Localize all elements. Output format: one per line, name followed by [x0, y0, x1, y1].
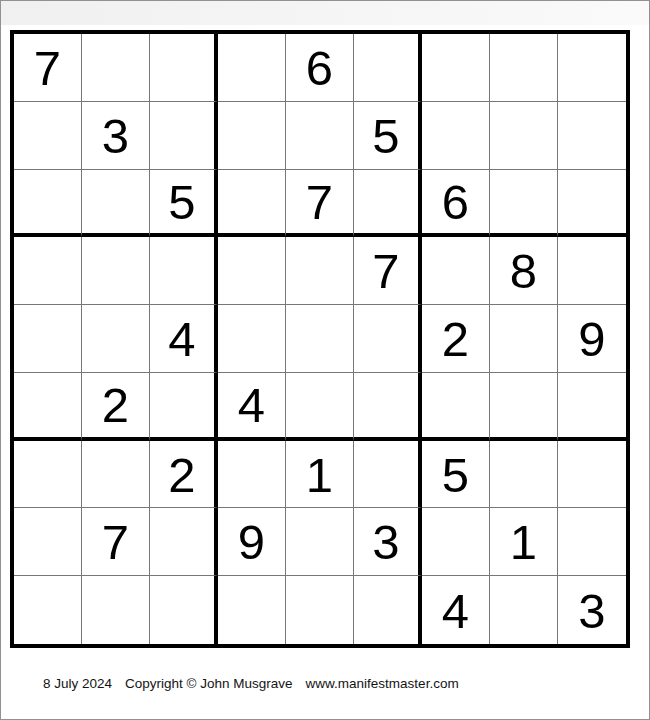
cell-r5c3[interactable]: 4	[150, 305, 218, 373]
cell-r6c8[interactable]	[490, 373, 558, 441]
cell-r2c4[interactable]	[218, 102, 286, 170]
cell-r5c7[interactable]: 2	[422, 305, 490, 373]
cell-r7c9[interactable]	[558, 441, 626, 509]
cell-r2c6[interactable]: 5	[354, 102, 422, 170]
cell-r8c2[interactable]: 7	[82, 508, 150, 576]
cell-r5c8[interactable]	[490, 305, 558, 373]
cell-r5c5[interactable]	[286, 305, 354, 373]
cell-r3c1[interactable]	[14, 170, 82, 238]
cell-r5c1[interactable]	[14, 305, 82, 373]
cell-r9c7[interactable]: 4	[422, 576, 490, 644]
cell-r9c2[interactable]	[82, 576, 150, 644]
cell-r6c1[interactable]	[14, 373, 82, 441]
cell-r4c2[interactable]	[82, 237, 150, 305]
cell-r3c3[interactable]: 5	[150, 170, 218, 238]
cell-r7c8[interactable]	[490, 441, 558, 509]
cell-r7c5[interactable]: 1	[286, 441, 354, 509]
cell-r4c8[interactable]: 8	[490, 237, 558, 305]
cell-r1c8[interactable]	[490, 34, 558, 102]
cell-r9c5[interactable]	[286, 576, 354, 644]
cell-r8c3[interactable]	[150, 508, 218, 576]
cell-r3c9[interactable]	[558, 170, 626, 238]
cell-r2c8[interactable]	[490, 102, 558, 170]
cell-r9c6[interactable]	[354, 576, 422, 644]
cell-r1c3[interactable]	[150, 34, 218, 102]
cell-r2c5[interactable]	[286, 102, 354, 170]
cell-r6c6[interactable]	[354, 373, 422, 441]
cell-r8c1[interactable]	[14, 508, 82, 576]
cell-r4c5[interactable]	[286, 237, 354, 305]
cell-r1c1[interactable]: 7	[14, 34, 82, 102]
cell-r5c2[interactable]	[82, 305, 150, 373]
cell-r7c4[interactable]	[218, 441, 286, 509]
cell-r4c1[interactable]	[14, 237, 82, 305]
cell-r8c9[interactable]	[558, 508, 626, 576]
cell-r8c4[interactable]: 9	[218, 508, 286, 576]
cell-r1c4[interactable]	[218, 34, 286, 102]
footer-copyright: Copyright © John Musgrave	[125, 675, 293, 692]
cell-r7c2[interactable]	[82, 441, 150, 509]
cell-r6c7[interactable]	[422, 373, 490, 441]
cell-r2c3[interactable]	[150, 102, 218, 170]
cell-r1c9[interactable]	[558, 34, 626, 102]
sudoku-board: 76355767842924215793143	[10, 30, 630, 648]
cell-r5c4[interactable]	[218, 305, 286, 373]
cell-r4c9[interactable]	[558, 237, 626, 305]
cell-r6c4[interactable]: 4	[218, 373, 286, 441]
cell-r9c1[interactable]	[14, 576, 82, 644]
footer-website: www.manifestmaster.com	[306, 675, 459, 692]
cell-r9c4[interactable]	[218, 576, 286, 644]
footer: 8 July 2024 Copyright © John Musgrave ww…	[43, 675, 459, 692]
cell-r2c1[interactable]	[14, 102, 82, 170]
cell-r4c6[interactable]: 7	[354, 237, 422, 305]
cell-r3c4[interactable]	[218, 170, 286, 238]
cell-r6c5[interactable]	[286, 373, 354, 441]
cell-r3c6[interactable]	[354, 170, 422, 238]
cell-r8c7[interactable]	[422, 508, 490, 576]
cell-r3c7[interactable]: 6	[422, 170, 490, 238]
cell-r3c2[interactable]	[82, 170, 150, 238]
cell-r8c6[interactable]: 3	[354, 508, 422, 576]
cell-r1c2[interactable]	[82, 34, 150, 102]
cell-r7c6[interactable]	[354, 441, 422, 509]
cell-r6c3[interactable]	[150, 373, 218, 441]
page: 76355767842924215793143 8 July 2024 Copy…	[0, 0, 650, 720]
cell-r5c9[interactable]: 9	[558, 305, 626, 373]
cell-r3c8[interactable]	[490, 170, 558, 238]
cell-r6c9[interactable]	[558, 373, 626, 441]
cell-r1c5[interactable]: 6	[286, 34, 354, 102]
cell-r4c4[interactable]	[218, 237, 286, 305]
cell-r2c7[interactable]	[422, 102, 490, 170]
cell-r7c3[interactable]: 2	[150, 441, 218, 509]
cell-r4c7[interactable]	[422, 237, 490, 305]
cell-r9c3[interactable]	[150, 576, 218, 644]
footer-date: 8 July 2024	[43, 675, 112, 692]
cell-r9c9[interactable]: 3	[558, 576, 626, 644]
cell-r7c1[interactable]	[14, 441, 82, 509]
cell-r1c7[interactable]	[422, 34, 490, 102]
cell-r2c9[interactable]	[558, 102, 626, 170]
cell-r2c2[interactable]: 3	[82, 102, 150, 170]
cell-r7c7[interactable]: 5	[422, 441, 490, 509]
cell-r1c6[interactable]	[354, 34, 422, 102]
cell-r5c6[interactable]	[354, 305, 422, 373]
cell-r9c8[interactable]	[490, 576, 558, 644]
cell-r6c2[interactable]: 2	[82, 373, 150, 441]
cell-r3c5[interactable]: 7	[286, 170, 354, 238]
top-strip	[1, 1, 649, 25]
cell-r4c3[interactable]	[150, 237, 218, 305]
cell-r8c8[interactable]: 1	[490, 508, 558, 576]
cell-r8c5[interactable]	[286, 508, 354, 576]
